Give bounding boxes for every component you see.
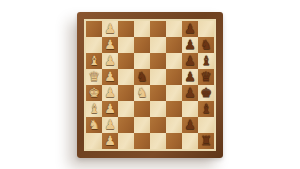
black-rook-h8: ♜: [198, 133, 214, 149]
square-a4: [134, 21, 150, 37]
square-e8: ♚: [198, 85, 214, 101]
square-g3: [118, 117, 134, 133]
white-pawn-c2: ♟: [102, 53, 118, 69]
black-knight-b8: ♞: [198, 37, 214, 53]
square-h3: [118, 133, 134, 149]
square-g2: ♟: [102, 117, 118, 133]
black-bishop-f8: ♝: [198, 101, 214, 117]
square-h4: [134, 133, 150, 149]
square-d4: ♞: [134, 69, 150, 85]
square-g5: [150, 117, 166, 133]
square-g6: [166, 117, 182, 133]
white-pawn-e2: ♟: [102, 85, 118, 101]
square-b7: ♟: [182, 37, 198, 53]
square-e7: ♟: [182, 85, 198, 101]
square-f6: [166, 101, 182, 117]
black-queen-d8: ♛: [198, 69, 214, 85]
square-c6: [166, 53, 182, 69]
square-g7: ♟: [182, 117, 198, 133]
square-f2: ♟: [102, 101, 118, 117]
white-pawn-g2: ♟: [102, 117, 118, 133]
board-grid: ♟♟♟♟♞♝♟♟♝♛♟♞♟♛♚♟♞♟♚♝♟♝♞♟♟♟♜: [86, 21, 214, 149]
square-g8: [198, 117, 214, 133]
square-d2: ♟: [102, 69, 118, 85]
square-f5: [150, 101, 166, 117]
white-pawn-b2: ♟: [102, 37, 118, 53]
square-f4: [134, 101, 150, 117]
chessboard-frame: ♟♟♟♟♞♝♟♟♝♛♟♞♟♛♚♟♞♟♚♝♟♝♞♟♟♟♜: [77, 12, 223, 158]
white-pawn-f2: ♟: [102, 101, 118, 117]
black-pawn-a7: ♟: [182, 21, 198, 37]
square-b1: [86, 37, 102, 53]
black-bishop-c8: ♝: [198, 53, 214, 69]
square-a1: [86, 21, 102, 37]
square-d5: [150, 69, 166, 85]
square-b6: [166, 37, 182, 53]
white-pawn-d2: ♟: [102, 69, 118, 85]
black-knight-d4: ♞: [134, 69, 150, 85]
square-a3: [118, 21, 134, 37]
square-g1: ♞: [86, 117, 102, 133]
square-c1: ♝: [86, 53, 102, 69]
square-a8: [198, 21, 214, 37]
square-f8: ♝: [198, 101, 214, 117]
square-c5: [150, 53, 166, 69]
square-e5: [150, 85, 166, 101]
square-d8: ♛: [198, 69, 214, 85]
white-knight-e4: ♞: [134, 85, 150, 101]
square-e1: ♚: [86, 85, 102, 101]
black-pawn-e7: ♟: [182, 85, 198, 101]
white-bishop-f1: ♝: [86, 101, 102, 117]
square-d1: ♛: [86, 69, 102, 85]
square-a6: [166, 21, 182, 37]
square-f3: [118, 101, 134, 117]
square-h8: ♜: [198, 133, 214, 149]
white-knight-g1: ♞: [86, 117, 102, 133]
square-h5: [150, 133, 166, 149]
square-e6: [166, 85, 182, 101]
square-d7: ♟: [182, 69, 198, 85]
square-b4: [134, 37, 150, 53]
square-c8: ♝: [198, 53, 214, 69]
square-c2: ♟: [102, 53, 118, 69]
square-c4: [134, 53, 150, 69]
square-a5: [150, 21, 166, 37]
black-pawn-b7: ♟: [182, 37, 198, 53]
white-queen-d1: ♛: [86, 69, 102, 85]
square-d3: [118, 69, 134, 85]
white-pawn-h2: ♟: [102, 133, 118, 149]
black-pawn-d7: ♟: [182, 69, 198, 85]
square-f1: ♝: [86, 101, 102, 117]
black-king-e8: ♚: [198, 85, 214, 101]
square-h6: [166, 133, 182, 149]
square-b5: [150, 37, 166, 53]
square-e4: ♞: [134, 85, 150, 101]
square-h2: ♟: [102, 133, 118, 149]
white-king-e1: ♚: [86, 85, 102, 101]
white-pawn-a2: ♟: [102, 21, 118, 37]
square-h7: [182, 133, 198, 149]
square-b8: ♞: [198, 37, 214, 53]
square-a2: ♟: [102, 21, 118, 37]
white-bishop-c1: ♝: [86, 53, 102, 69]
photo-background: ♟♟♟♟♞♝♟♟♝♛♟♞♟♛♚♟♞♟♚♝♟♝♞♟♟♟♜: [0, 0, 300, 169]
square-c3: [118, 53, 134, 69]
square-e2: ♟: [102, 85, 118, 101]
square-b2: ♟: [102, 37, 118, 53]
square-d6: [166, 69, 182, 85]
black-pawn-c7: ♟: [182, 53, 198, 69]
square-c7: ♟: [182, 53, 198, 69]
square-a7: ♟: [182, 21, 198, 37]
square-f7: [182, 101, 198, 117]
black-pawn-g7: ♟: [182, 117, 198, 133]
square-e3: [118, 85, 134, 101]
square-h1: [86, 133, 102, 149]
square-g4: [134, 117, 150, 133]
square-b3: [118, 37, 134, 53]
board-maple-border: ♟♟♟♟♞♝♟♟♝♛♟♞♟♛♚♟♞♟♚♝♟♝♞♟♟♟♜: [84, 19, 216, 151]
